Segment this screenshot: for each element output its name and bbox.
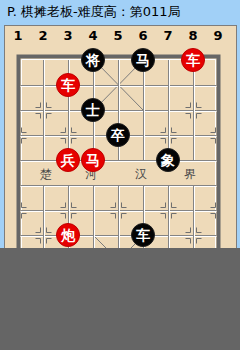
river-label: 界 xyxy=(181,166,199,183)
red-piece[interactable]: 马 xyxy=(81,148,105,172)
red-piece[interactable]: 车 xyxy=(56,73,80,97)
river-label: 楚 xyxy=(37,166,55,183)
black-piece[interactable]: 士 xyxy=(81,98,105,122)
black-piece[interactable]: 将 xyxy=(81,48,105,72)
black-piece[interactable]: 马 xyxy=(131,48,155,72)
black-piece[interactable]: 卒 xyxy=(106,123,130,147)
bottom-cover xyxy=(0,248,240,350)
red-piece[interactable]: 兵 xyxy=(56,148,80,172)
river-label: 汉 xyxy=(132,166,150,183)
red-piece[interactable]: 炮 xyxy=(56,223,80,247)
grid-lines xyxy=(21,60,217,248)
black-piece[interactable]: 象 xyxy=(156,148,180,172)
red-piece[interactable]: 车 xyxy=(181,48,205,72)
black-piece[interactable]: 车 xyxy=(131,223,155,247)
app-window: P. 棋摊老板-难度高：第011局 123456789 楚河汉界 将马车车士卒兵… xyxy=(0,0,240,350)
